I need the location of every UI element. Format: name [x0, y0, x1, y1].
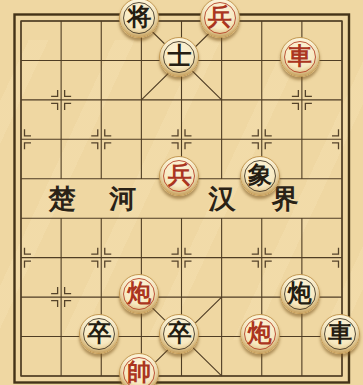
red-chariot[interactable]: 車	[280, 37, 320, 77]
red-soldier[interactable]: 兵	[159, 156, 199, 196]
xiangqi-board: 楚 河 汉 界 将兵士車兵象炮炮卒卒炮車帥	[0, 0, 363, 385]
piece-glyph: 象	[248, 163, 272, 187]
piece-glyph: 車	[288, 44, 312, 68]
piece-glyph: 帥	[127, 360, 151, 384]
piece-glyph: 炮	[288, 281, 312, 305]
piece-glyph: 将	[127, 5, 151, 29]
black-soldier[interactable]: 卒	[159, 314, 199, 354]
pieces-layer: 将兵士車兵象炮炮卒卒炮車帥	[1, 1, 362, 385]
red-cannon[interactable]: 炮	[240, 314, 280, 354]
red-cannon[interactable]: 炮	[119, 274, 159, 314]
piece-glyph: 士	[167, 44, 191, 68]
black-general[interactable]: 将	[119, 0, 159, 38]
black-advisor[interactable]: 士	[159, 37, 199, 77]
black-soldier[interactable]: 卒	[79, 314, 119, 354]
piece-glyph: 兵	[208, 5, 232, 29]
red-soldier[interactable]: 兵	[200, 0, 240, 38]
black-chariot[interactable]: 車	[320, 314, 360, 354]
piece-glyph: 炮	[127, 281, 151, 305]
black-cannon[interactable]: 炮	[280, 274, 320, 314]
piece-glyph: 炮	[248, 321, 272, 345]
piece-glyph: 兵	[167, 163, 191, 187]
piece-glyph: 卒	[87, 321, 111, 345]
piece-glyph: 卒	[167, 321, 191, 345]
piece-glyph: 車	[328, 321, 352, 345]
black-elephant[interactable]: 象	[240, 156, 280, 196]
red-general[interactable]: 帥	[119, 353, 159, 385]
